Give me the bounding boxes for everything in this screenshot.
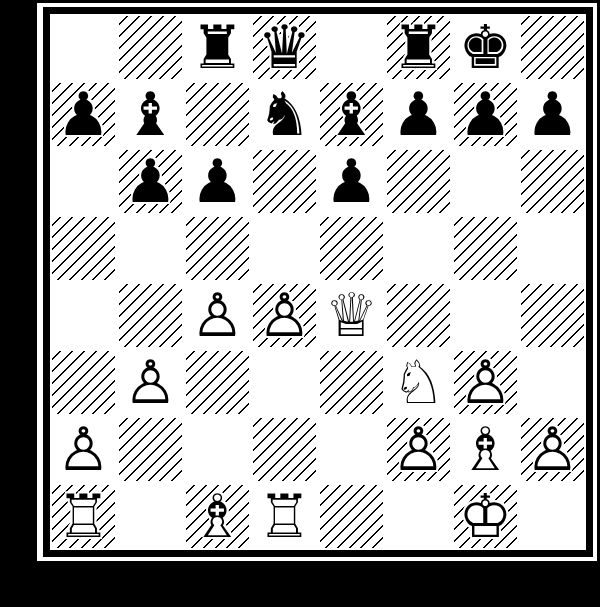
- white-pawn-piece[interactable]: ♟♙: [117, 349, 184, 416]
- square-d7[interactable]: ♞♞: [251, 81, 318, 148]
- piece-outline-glyph: ♜: [385, 14, 452, 81]
- white-pawn-piece[interactable]: ♟♙: [184, 282, 251, 349]
- square-e2[interactable]: [318, 416, 385, 483]
- piece-outline-glyph: ♞: [251, 81, 318, 148]
- square-c7[interactable]: [184, 81, 251, 148]
- square-g4[interactable]: [452, 282, 519, 349]
- piece-outline-glyph: ♘: [385, 349, 452, 416]
- square-e6[interactable]: ♟♟: [318, 148, 385, 215]
- piece-outline-glyph: ♝: [117, 81, 184, 148]
- square-b1[interactable]: [117, 483, 184, 550]
- piece-outline-glyph: ♖: [251, 483, 318, 550]
- white-pawn-piece[interactable]: ♟♙: [452, 349, 519, 416]
- piece-outline-glyph: ♟: [50, 81, 117, 148]
- square-d8[interactable]: ♛♛: [251, 14, 318, 81]
- screenshot-root: { "game": "chess", "position": "2rq1rk1/…: [0, 0, 600, 607]
- square-g7[interactable]: ♟♟: [452, 81, 519, 148]
- square-c8[interactable]: ♜♜: [184, 14, 251, 81]
- square-d5[interactable]: [251, 215, 318, 282]
- square-a1[interactable]: ♜♖: [50, 483, 117, 550]
- piece-outline-glyph: ♟: [318, 148, 385, 215]
- square-a5[interactable]: [50, 215, 117, 282]
- square-b3[interactable]: ♟♙: [117, 349, 184, 416]
- black-pawn-piece[interactable]: ♟♟: [117, 148, 184, 215]
- square-f7[interactable]: ♟♟: [385, 81, 452, 148]
- square-h2[interactable]: ♟♙: [519, 416, 586, 483]
- piece-outline-glyph: ♝: [318, 81, 385, 148]
- white-pawn-piece[interactable]: ♟♙: [519, 416, 586, 483]
- black-bishop-piece[interactable]: ♝♝: [117, 81, 184, 148]
- piece-outline-glyph: ♟: [117, 148, 184, 215]
- piece-outline-glyph: ♚: [452, 14, 519, 81]
- white-queen-piece[interactable]: ♛♕: [318, 282, 385, 349]
- white-bishop-piece[interactable]: ♝♗: [452, 416, 519, 483]
- white-rook-piece[interactable]: ♜♖: [251, 483, 318, 550]
- piece-outline-glyph: ♗: [184, 483, 251, 550]
- piece-outline-glyph: ♖: [50, 483, 117, 550]
- piece-outline-glyph: ♟: [519, 81, 586, 148]
- black-knight-piece[interactable]: ♞♞: [251, 81, 318, 148]
- square-d2[interactable]: [251, 416, 318, 483]
- square-a4[interactable]: [50, 282, 117, 349]
- square-f4[interactable]: [385, 282, 452, 349]
- square-f2[interactable]: ♟♙: [385, 416, 452, 483]
- square-e3[interactable]: [318, 349, 385, 416]
- square-a8[interactable]: [50, 14, 117, 81]
- square-d3[interactable]: [251, 349, 318, 416]
- square-e7[interactable]: ♝♝: [318, 81, 385, 148]
- square-b7[interactable]: ♝♝: [117, 81, 184, 148]
- piece-outline-glyph: ♟: [184, 148, 251, 215]
- black-queen-piece[interactable]: ♛♛: [251, 14, 318, 81]
- black-pawn-piece[interactable]: ♟♟: [452, 81, 519, 148]
- square-b5[interactable]: [117, 215, 184, 282]
- black-king-piece[interactable]: ♚♚: [452, 14, 519, 81]
- square-f5[interactable]: [385, 215, 452, 282]
- square-a2[interactable]: ♟♙: [50, 416, 117, 483]
- square-c2[interactable]: [184, 416, 251, 483]
- piece-outline-glyph: ♕: [318, 282, 385, 349]
- black-pawn-piece[interactable]: ♟♟: [385, 81, 452, 148]
- square-h3[interactable]: [519, 349, 586, 416]
- piece-outline-glyph: ♙: [50, 416, 117, 483]
- square-g5[interactable]: [452, 215, 519, 282]
- square-g8[interactable]: ♚♚: [452, 14, 519, 81]
- square-b8[interactable]: [117, 14, 184, 81]
- square-b2[interactable]: [117, 416, 184, 483]
- piece-outline-glyph: ♟: [452, 81, 519, 148]
- black-pawn-piece[interactable]: ♟♟: [318, 148, 385, 215]
- square-d6[interactable]: [251, 148, 318, 215]
- square-c1[interactable]: ♝♗: [184, 483, 251, 550]
- piece-outline-glyph: ♛: [251, 14, 318, 81]
- white-bishop-piece[interactable]: ♝♗: [184, 483, 251, 550]
- black-pawn-piece[interactable]: ♟♟: [50, 81, 117, 148]
- square-h7[interactable]: ♟♟: [519, 81, 586, 148]
- piece-outline-glyph: ♙: [452, 349, 519, 416]
- square-h1[interactable]: [519, 483, 586, 550]
- square-h4[interactable]: [519, 282, 586, 349]
- chess-board: ♜♜♛♛♜♜♚♚♟♟♝♝♞♞♝♝♟♟♟♟♟♟♟♟♟♟♟♟♟♙♟♙♛♕♟♙♞♘♟♙…: [43, 7, 593, 557]
- square-f1[interactable]: [385, 483, 452, 550]
- square-f3[interactable]: ♞♘: [385, 349, 452, 416]
- piece-outline-glyph: ♙: [184, 282, 251, 349]
- black-pawn-piece[interactable]: ♟♟: [519, 81, 586, 148]
- square-e5[interactable]: [318, 215, 385, 282]
- square-b4[interactable]: [117, 282, 184, 349]
- square-e1[interactable]: [318, 483, 385, 550]
- square-b6[interactable]: ♟♟: [117, 148, 184, 215]
- white-knight-piece[interactable]: ♞♘: [385, 349, 452, 416]
- white-pawn-piece[interactable]: ♟♙: [385, 416, 452, 483]
- square-f6[interactable]: [385, 148, 452, 215]
- white-king-piece[interactable]: ♚♔: [452, 483, 519, 550]
- black-rook-piece[interactable]: ♜♜: [385, 14, 452, 81]
- piece-outline-glyph: ♟: [385, 81, 452, 148]
- piece-outline-glyph: ♜: [184, 14, 251, 81]
- square-h5[interactable]: [519, 215, 586, 282]
- square-h8[interactable]: [519, 14, 586, 81]
- square-f8[interactable]: ♜♜: [385, 14, 452, 81]
- square-c4[interactable]: ♟♙: [184, 282, 251, 349]
- black-pawn-piece[interactable]: ♟♟: [184, 148, 251, 215]
- square-c3[interactable]: [184, 349, 251, 416]
- square-g2[interactable]: ♝♗: [452, 416, 519, 483]
- white-rook-piece[interactable]: ♜♖: [50, 483, 117, 550]
- square-a3[interactable]: [50, 349, 117, 416]
- piece-outline-glyph: ♙: [117, 349, 184, 416]
- square-h6[interactable]: [519, 148, 586, 215]
- square-c5[interactable]: [184, 215, 251, 282]
- piece-outline-glyph: ♙: [385, 416, 452, 483]
- square-a6[interactable]: [50, 148, 117, 215]
- square-a7[interactable]: ♟♟: [50, 81, 117, 148]
- piece-outline-glyph: ♗: [452, 416, 519, 483]
- square-c6[interactable]: ♟♟: [184, 148, 251, 215]
- piece-outline-glyph: ♔: [452, 483, 519, 550]
- square-g3[interactable]: ♟♙: [452, 349, 519, 416]
- square-e8[interactable]: [318, 14, 385, 81]
- piece-outline-glyph: ♙: [251, 282, 318, 349]
- white-pawn-piece[interactable]: ♟♙: [251, 282, 318, 349]
- black-bishop-piece[interactable]: ♝♝: [318, 81, 385, 148]
- square-d1[interactable]: ♜♖: [251, 483, 318, 550]
- square-g6[interactable]: [452, 148, 519, 215]
- black-rook-piece[interactable]: ♜♜: [184, 14, 251, 81]
- square-d4[interactable]: ♟♙: [251, 282, 318, 349]
- piece-outline-glyph: ♙: [519, 416, 586, 483]
- square-g1[interactable]: ♚♔: [452, 483, 519, 550]
- square-e4[interactable]: ♛♕: [318, 282, 385, 349]
- white-pawn-piece[interactable]: ♟♙: [50, 416, 117, 483]
